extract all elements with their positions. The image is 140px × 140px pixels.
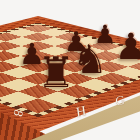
chessboard-photo-scene: 8HG ♟♟♟♟♞♜ bbox=[0, 0, 140, 140]
file-label-h: H bbox=[75, 103, 87, 121]
black-pawn-f8[interactable]: ♟ bbox=[115, 29, 140, 65]
black-rook-h8[interactable]: ♜ bbox=[37, 52, 75, 94]
black-knight-g8[interactable]: ♞ bbox=[72, 39, 108, 79]
